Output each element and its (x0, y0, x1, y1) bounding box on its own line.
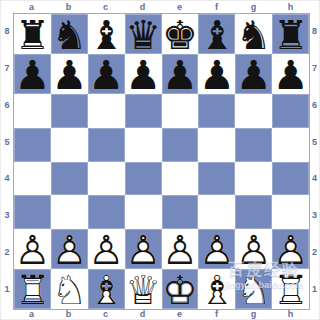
square-e8[interactable]: ♚ (162, 14, 199, 54)
piece-glyph: ♜ (273, 15, 309, 55)
square-f5[interactable] (198, 128, 235, 162)
piece-white-pawn[interactable]: ♟♙ (88, 230, 124, 270)
piece-black-rook[interactable]: ♜ (15, 15, 51, 55)
square-g5[interactable] (235, 128, 272, 162)
square-d1[interactable]: ♛♕ (125, 269, 162, 309)
square-e4[interactable] (162, 162, 199, 196)
square-c6[interactable] (88, 94, 125, 128)
square-d2[interactable]: ♟♙ (125, 229, 162, 269)
piece-white-rook[interactable]: ♜♖ (273, 270, 309, 310)
square-f2[interactable]: ♟♙ (198, 229, 235, 269)
square-g7[interactable]: ♟ (235, 54, 272, 94)
piece-outline-glyph: ♗ (199, 270, 235, 310)
square-e3[interactable] (162, 195, 199, 229)
square-b1[interactable]: ♞♘ (51, 269, 88, 309)
square-b2[interactable]: ♟♙ (51, 229, 88, 269)
square-c4[interactable] (88, 162, 125, 196)
piece-white-bishop[interactable]: ♝♗ (88, 270, 124, 310)
piece-white-pawn[interactable]: ♟♙ (51, 230, 87, 270)
square-h2[interactable]: ♟♙ (272, 229, 309, 269)
rank-label-4: 4 (1, 161, 13, 198)
square-a7[interactable]: ♟ (14, 54, 51, 94)
rank-label-3: 3 (1, 197, 13, 234)
piece-glyph: ♜ (15, 15, 51, 55)
square-c3[interactable] (88, 195, 125, 229)
rank-label-1: 1 (1, 271, 13, 308)
square-a1[interactable]: ♜♖ (14, 269, 51, 309)
piece-glyph: ♟ (236, 55, 272, 95)
rank-label-7: 7 (1, 50, 13, 87)
square-d3[interactable] (125, 195, 162, 229)
piece-glyph: ♟ (273, 55, 309, 95)
square-e5[interactable] (162, 128, 199, 162)
piece-outline-glyph: ♘ (51, 270, 87, 310)
piece-black-knight[interactable]: ♞ (236, 15, 272, 55)
square-c8[interactable]: ♝ (88, 14, 125, 54)
piece-black-bishop[interactable]: ♝ (199, 15, 235, 55)
piece-glyph: ♝ (199, 15, 235, 55)
square-h8[interactable]: ♜ (272, 14, 309, 54)
piece-outline-glyph: ♙ (15, 230, 51, 270)
piece-glyph: ♟ (162, 55, 198, 95)
square-e6[interactable] (162, 94, 199, 128)
piece-glyph: ♟ (51, 55, 87, 95)
square-a3[interactable] (14, 195, 51, 229)
piece-glyph: ♟ (88, 55, 124, 95)
piece-black-pawn[interactable]: ♟ (236, 55, 272, 95)
piece-black-pawn[interactable]: ♟ (273, 55, 309, 95)
piece-white-king[interactable]: ♚♔ (162, 270, 198, 310)
piece-white-knight[interactable]: ♞♘ (236, 270, 272, 310)
square-a6[interactable] (14, 94, 51, 128)
piece-black-queen[interactable]: ♛ (125, 15, 161, 55)
square-g1[interactable]: ♞♘ (235, 269, 272, 309)
piece-white-knight[interactable]: ♞♘ (51, 270, 87, 310)
piece-black-knight[interactable]: ♞ (51, 15, 87, 55)
chess-diagram: abcdefgh abcdefgh 87654321 87654321 ♜♞♝♛… (0, 0, 320, 320)
square-c7[interactable]: ♟ (88, 54, 125, 94)
piece-white-pawn[interactable]: ♟♙ (199, 230, 235, 270)
square-e7[interactable]: ♟ (162, 54, 199, 94)
square-a2[interactable]: ♟♙ (14, 229, 51, 269)
square-f1[interactable]: ♝♗ (198, 269, 235, 309)
square-c2[interactable]: ♟♙ (88, 229, 125, 269)
piece-outline-glyph: ♗ (88, 270, 124, 310)
piece-black-pawn[interactable]: ♟ (199, 55, 235, 95)
rank-label-8: 8 (1, 13, 13, 50)
square-f4[interactable] (198, 162, 235, 196)
square-a8[interactable]: ♜ (14, 14, 51, 54)
piece-black-pawn[interactable]: ♟ (15, 55, 51, 95)
square-a4[interactable] (14, 162, 51, 196)
piece-outline-glyph: ♙ (162, 230, 198, 270)
square-h1[interactable]: ♜♖ (272, 269, 309, 309)
square-a5[interactable] (14, 128, 51, 162)
rank-labels-left: 87654321 (1, 13, 13, 308)
square-f6[interactable] (198, 94, 235, 128)
square-f7[interactable]: ♟ (198, 54, 235, 94)
piece-white-pawn[interactable]: ♟♙ (125, 230, 161, 270)
square-g6[interactable] (235, 94, 272, 128)
piece-black-king[interactable]: ♚ (162, 15, 198, 55)
piece-white-pawn[interactable]: ♟♙ (236, 230, 272, 270)
piece-white-pawn[interactable]: ♟♙ (273, 230, 309, 270)
square-e2[interactable]: ♟♙ (162, 229, 199, 269)
square-g4[interactable] (235, 162, 272, 196)
piece-outline-glyph: ♘ (236, 270, 272, 310)
piece-glyph: ♟ (199, 55, 235, 95)
piece-black-pawn[interactable]: ♟ (88, 55, 124, 95)
square-c5[interactable] (88, 128, 125, 162)
piece-white-pawn[interactable]: ♟♙ (15, 230, 51, 270)
square-h5[interactable] (272, 128, 309, 162)
piece-outline-glyph: ♖ (273, 270, 309, 310)
piece-white-rook[interactable]: ♜♖ (15, 270, 51, 310)
square-d4[interactable] (125, 162, 162, 196)
piece-outline-glyph: ♙ (236, 230, 272, 270)
piece-glyph: ♚ (162, 15, 198, 55)
square-c1[interactable]: ♝♗ (88, 269, 125, 309)
square-d8[interactable]: ♛ (125, 14, 162, 54)
piece-white-bishop[interactable]: ♝♗ (199, 270, 235, 310)
piece-black-rook[interactable]: ♜ (273, 15, 309, 55)
square-f8[interactable]: ♝ (198, 14, 235, 54)
square-b5[interactable] (51, 128, 88, 162)
piece-black-pawn[interactable]: ♟ (125, 55, 161, 95)
square-b8[interactable]: ♞ (51, 14, 88, 54)
square-b7[interactable]: ♟ (51, 54, 88, 94)
piece-white-queen[interactable]: ♛♕ (125, 270, 161, 310)
piece-outline-glyph: ♕ (125, 270, 161, 310)
square-e1[interactable]: ♚♔ (162, 269, 199, 309)
square-b3[interactable] (51, 195, 88, 229)
square-h7[interactable]: ♟ (272, 54, 309, 94)
piece-black-pawn[interactable]: ♟ (162, 55, 198, 95)
piece-outline-glyph: ♙ (125, 230, 161, 270)
square-d6[interactable] (125, 94, 162, 128)
piece-glyph: ♟ (125, 55, 161, 95)
square-g3[interactable] (235, 195, 272, 229)
square-h6[interactable] (272, 94, 309, 128)
square-b4[interactable] (51, 162, 88, 196)
piece-outline-glyph: ♖ (15, 270, 51, 310)
piece-outline-glyph: ♙ (199, 230, 235, 270)
square-g8[interactable]: ♞ (235, 14, 272, 54)
square-g2[interactable]: ♟♙ (235, 229, 272, 269)
piece-glyph: ♛ (125, 15, 161, 55)
piece-black-pawn[interactable]: ♟ (51, 55, 87, 95)
square-b6[interactable] (51, 94, 88, 128)
rank-label-5: 5 (1, 124, 13, 161)
piece-glyph: ♞ (51, 15, 87, 55)
piece-glyph: ♝ (88, 15, 124, 55)
chess-board: ♜♞♝♛♚♝♞♜♟♟♟♟♟♟♟♟♟♙♟♙♟♙♟♙♟♙♟♙♟♙♟♙♜♖♞♘♝♗♛♕… (13, 13, 310, 310)
square-f3[interactable] (198, 195, 235, 229)
piece-outline-glyph: ♙ (88, 230, 124, 270)
piece-outline-glyph: ♙ (273, 230, 309, 270)
piece-white-pawn[interactable]: ♟♙ (162, 230, 198, 270)
rank-label-6: 6 (1, 87, 13, 124)
piece-glyph: ♞ (236, 15, 272, 55)
square-h4[interactable] (272, 162, 309, 196)
piece-black-bishop[interactable]: ♝ (88, 15, 124, 55)
piece-outline-glyph: ♙ (51, 230, 87, 270)
piece-outline-glyph: ♔ (162, 270, 198, 310)
square-h3[interactable] (272, 195, 309, 229)
rank-label-2: 2 (1, 234, 13, 271)
square-d7[interactable]: ♟ (125, 54, 162, 94)
piece-glyph: ♟ (15, 55, 51, 95)
square-d5[interactable] (125, 128, 162, 162)
